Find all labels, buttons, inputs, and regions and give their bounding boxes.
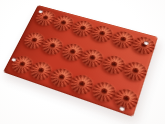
cavity-grid [3, 5, 158, 117]
cavity-bump-r1-c4 [89, 23, 115, 44]
cavity-bump-r1-c5 [109, 29, 135, 50]
photo-background [0, 0, 165, 124]
cavity-bump-r3-c6 [112, 86, 141, 112]
silicone-baking-mold [3, 5, 158, 117]
cavity-bump-r1-c6 [131, 34, 158, 56]
cavity-bump-r2-c5 [100, 53, 127, 76]
cavity-bump-r2-c6 [121, 59, 149, 83]
